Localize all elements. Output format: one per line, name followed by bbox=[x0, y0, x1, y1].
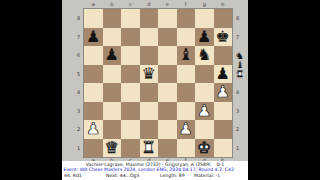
board-square bbox=[214, 120, 233, 139]
board-square: ♟ bbox=[195, 28, 214, 47]
board-square bbox=[140, 28, 159, 47]
board-square bbox=[158, 120, 177, 139]
board-square bbox=[140, 120, 159, 139]
move-info-line: 44. Rd1 Next: 44...Qg5 Length: 89 Materi… bbox=[62, 173, 248, 179]
file-label-f: f bbox=[177, 1, 196, 8]
rank-label-5: 5 bbox=[75, 65, 82, 84]
board-square bbox=[84, 139, 103, 158]
board-square bbox=[84, 83, 103, 102]
white-queen: ♛ bbox=[105, 140, 119, 156]
white-king: ♚ bbox=[197, 140, 211, 156]
rank-label-6: 6 bbox=[75, 46, 82, 65]
black-king: ♚ bbox=[216, 29, 230, 45]
board-square bbox=[121, 46, 140, 65]
file-label-h: h bbox=[214, 1, 233, 8]
black-bishop: ♝ bbox=[179, 47, 193, 63]
board-square bbox=[121, 120, 140, 139]
board-square bbox=[214, 9, 233, 28]
board-square bbox=[121, 28, 140, 47]
board-square bbox=[195, 120, 214, 139]
rank-label-8: 8 bbox=[75, 9, 82, 28]
rank-label-2: 2 bbox=[234, 120, 241, 139]
board-square bbox=[158, 28, 177, 47]
rank-labels-right: 87654321 bbox=[234, 9, 241, 157]
board-square bbox=[177, 102, 196, 121]
board-square: ♚ bbox=[214, 28, 233, 47]
game-length: Length: 89 bbox=[160, 173, 185, 178]
board-square bbox=[103, 28, 122, 47]
rank-label-1: 1 bbox=[75, 139, 82, 158]
board-square bbox=[195, 83, 214, 102]
rank-label-4: 4 bbox=[75, 83, 82, 102]
captured-material-tray: ♞♝♜ bbox=[234, 52, 246, 79]
board-square bbox=[84, 46, 103, 65]
board-square: ♝ bbox=[177, 46, 196, 65]
board-square: ♟ bbox=[214, 83, 233, 102]
board-square bbox=[140, 46, 159, 65]
board-square: ♛ bbox=[140, 65, 159, 84]
rank-label-3: 3 bbox=[75, 102, 82, 121]
black-pawn: ♟ bbox=[105, 47, 119, 63]
board-square bbox=[121, 139, 140, 158]
board-square: ♛ bbox=[103, 139, 122, 158]
letterbox-right bbox=[248, 0, 320, 180]
board-square bbox=[121, 9, 140, 28]
board-square: ♚ bbox=[195, 139, 214, 158]
board-square bbox=[103, 120, 122, 139]
board-square: ♟ bbox=[195, 102, 214, 121]
white-pawn: ♟ bbox=[216, 84, 230, 100]
event-line: Event: WR Chess Masters 2024, London ENG… bbox=[64, 167, 234, 172]
rank-label-1: 1 bbox=[234, 139, 241, 158]
board-square: ♟ bbox=[103, 46, 122, 65]
white-pawn: ♟ bbox=[86, 121, 100, 137]
board-square: ♟ bbox=[177, 120, 196, 139]
rank-label-8: 8 bbox=[234, 9, 241, 28]
board-square bbox=[177, 28, 196, 47]
rank-label-7: 7 bbox=[234, 28, 241, 47]
board-square bbox=[195, 9, 214, 28]
game-result: 0-1 bbox=[217, 162, 225, 167]
board-square bbox=[195, 65, 214, 84]
board-square bbox=[158, 139, 177, 158]
board-square bbox=[158, 83, 177, 102]
board-square bbox=[158, 65, 177, 84]
current-move: 44. Rd1 bbox=[64, 173, 82, 178]
board-square bbox=[177, 139, 196, 158]
board-square bbox=[140, 102, 159, 121]
rank-label-4: 4 bbox=[234, 83, 241, 102]
board-square bbox=[103, 102, 122, 121]
rank-labels-left: 87654321 bbox=[75, 9, 82, 157]
board-square: ♜ bbox=[140, 139, 159, 158]
board-square bbox=[140, 9, 159, 28]
white-pawn: ♟ bbox=[197, 103, 211, 119]
board-square bbox=[103, 65, 122, 84]
board-square bbox=[214, 46, 233, 65]
rank-label-3: 3 bbox=[234, 102, 241, 121]
file-label-a: a bbox=[84, 1, 103, 8]
black-queen: ♛ bbox=[142, 66, 156, 82]
board-square bbox=[121, 65, 140, 84]
game-info-footer: Vachier-Lagrave, Maxime (2732) - Grigory… bbox=[62, 161, 248, 180]
white-rook: ♜ bbox=[142, 140, 156, 156]
material-balance: Material: -1 bbox=[194, 173, 220, 178]
rank-label-2: 2 bbox=[75, 120, 82, 139]
black-knight: ♞ bbox=[197, 47, 211, 63]
file-labels-top: abcdefgh bbox=[84, 1, 232, 8]
board-square bbox=[84, 102, 103, 121]
player-names: Vachier-Lagrave, Maxime (2732) - Grigory… bbox=[86, 162, 211, 167]
board-square bbox=[177, 9, 196, 28]
board-square bbox=[121, 102, 140, 121]
tray-white-rook-icon: ♜ bbox=[236, 70, 244, 79]
file-label-c: c bbox=[121, 1, 140, 8]
board-square bbox=[214, 139, 233, 158]
rank-label-7: 7 bbox=[75, 28, 82, 47]
board-square bbox=[84, 9, 103, 28]
board-square bbox=[121, 83, 140, 102]
board-square bbox=[214, 102, 233, 121]
letterbox-left bbox=[0, 0, 62, 180]
board-square: ♟ bbox=[84, 120, 103, 139]
board-square bbox=[177, 65, 196, 84]
black-pawn: ♟ bbox=[216, 66, 230, 82]
video-frame: abcdefgh 87654321 87654321 ♟♟♚♟♝♞♛♟♟♟♟♟♛… bbox=[0, 0, 320, 180]
board-square: ♞ bbox=[195, 46, 214, 65]
file-label-d: d bbox=[140, 1, 159, 8]
file-label-g: g bbox=[195, 1, 214, 8]
board-square bbox=[158, 9, 177, 28]
board-square bbox=[140, 83, 159, 102]
board-square bbox=[158, 102, 177, 121]
board-square bbox=[103, 83, 122, 102]
file-label-e: e bbox=[158, 1, 177, 8]
chess-board: ♟♟♚♟♝♞♛♟♟♟♟♟♛♜♚ bbox=[84, 9, 232, 157]
board-square: ♟ bbox=[214, 65, 233, 84]
black-pawn: ♟ bbox=[86, 29, 100, 45]
file-label-b: b bbox=[103, 1, 122, 8]
players-line: Vachier-Lagrave, Maxime (2732) - Grigory… bbox=[62, 162, 248, 167]
board-square bbox=[103, 9, 122, 28]
white-pawn: ♟ bbox=[179, 121, 193, 137]
next-move: Next: 44...Qg5 bbox=[106, 173, 139, 178]
board-square: ♟ bbox=[84, 28, 103, 47]
board-square bbox=[158, 46, 177, 65]
black-pawn: ♟ bbox=[197, 29, 211, 45]
board-square bbox=[84, 65, 103, 84]
board-panel: abcdefgh 87654321 87654321 ♟♟♚♟♝♞♛♟♟♟♟♟♛… bbox=[62, 0, 248, 180]
board-square bbox=[177, 83, 196, 102]
